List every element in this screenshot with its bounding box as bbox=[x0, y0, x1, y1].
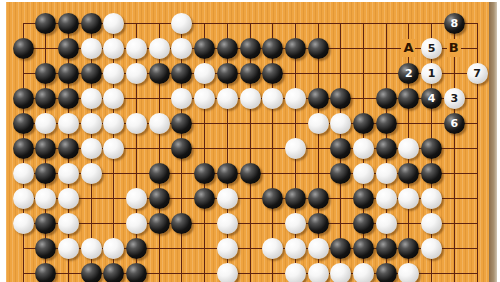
white-stone[interactable] bbox=[398, 263, 419, 282]
black-stone[interactable] bbox=[35, 213, 56, 234]
black-stone[interactable] bbox=[217, 38, 238, 59]
black-stone[interactable] bbox=[398, 238, 419, 259]
black-stone[interactable] bbox=[262, 38, 283, 59]
white-stone[interactable] bbox=[126, 63, 147, 84]
white-stone[interactable] bbox=[171, 13, 192, 34]
black-stone[interactable] bbox=[149, 163, 170, 184]
black-stone[interactable] bbox=[376, 263, 397, 282]
grid-line-horizontal bbox=[23, 223, 478, 224]
white-stone[interactable] bbox=[285, 238, 306, 259]
black-stone[interactable] bbox=[330, 238, 351, 259]
grid-line-vertical bbox=[204, 23, 205, 282]
white-stone[interactable] bbox=[126, 188, 147, 209]
white-stone[interactable] bbox=[285, 263, 306, 282]
black-stone[interactable] bbox=[308, 188, 329, 209]
black-stone[interactable] bbox=[81, 263, 102, 282]
black-stone[interactable] bbox=[353, 213, 374, 234]
black-stone[interactable] bbox=[353, 113, 374, 134]
black-stone[interactable] bbox=[398, 163, 419, 184]
white-stone[interactable] bbox=[308, 113, 329, 134]
move-stone-4[interactable]: 4 bbox=[421, 88, 442, 109]
white-stone[interactable] bbox=[81, 163, 102, 184]
black-stone[interactable] bbox=[217, 63, 238, 84]
white-stone[interactable] bbox=[126, 213, 147, 234]
white-stone[interactable] bbox=[330, 113, 351, 134]
white-stone[interactable] bbox=[353, 163, 374, 184]
white-stone[interactable] bbox=[376, 163, 397, 184]
black-stone[interactable] bbox=[262, 63, 283, 84]
move-stone-6[interactable]: 6 bbox=[444, 113, 465, 134]
white-stone[interactable] bbox=[13, 213, 34, 234]
white-stone[interactable] bbox=[103, 113, 124, 134]
black-stone[interactable] bbox=[13, 138, 34, 159]
black-stone[interactable] bbox=[13, 38, 34, 59]
black-stone[interactable] bbox=[149, 188, 170, 209]
white-stone[interactable] bbox=[81, 113, 102, 134]
black-stone[interactable] bbox=[171, 113, 192, 134]
white-stone[interactable] bbox=[330, 263, 351, 282]
black-stone[interactable] bbox=[35, 13, 56, 34]
white-stone[interactable] bbox=[126, 113, 147, 134]
black-stone[interactable] bbox=[240, 163, 261, 184]
black-stone[interactable] bbox=[171, 138, 192, 159]
black-stone[interactable] bbox=[330, 88, 351, 109]
white-stone[interactable] bbox=[13, 188, 34, 209]
black-stone[interactable] bbox=[217, 163, 238, 184]
white-stone[interactable] bbox=[103, 238, 124, 259]
white-stone[interactable] bbox=[58, 163, 79, 184]
grid-line-vertical bbox=[454, 23, 455, 282]
white-stone[interactable] bbox=[81, 138, 102, 159]
white-stone[interactable] bbox=[285, 138, 306, 159]
black-stone[interactable] bbox=[376, 238, 397, 259]
black-stone[interactable] bbox=[194, 38, 215, 59]
move-stone-8[interactable]: 8 bbox=[444, 13, 465, 34]
white-stone[interactable] bbox=[376, 213, 397, 234]
black-stone[interactable] bbox=[58, 63, 79, 84]
white-stone[interactable] bbox=[171, 38, 192, 59]
white-stone[interactable] bbox=[376, 188, 397, 209]
black-stone[interactable] bbox=[330, 163, 351, 184]
white-stone[interactable] bbox=[126, 38, 147, 59]
white-stone[interactable] bbox=[421, 213, 442, 234]
black-stone[interactable] bbox=[421, 163, 442, 184]
black-stone[interactable] bbox=[421, 138, 442, 159]
black-stone[interactable] bbox=[240, 63, 261, 84]
white-stone[interactable] bbox=[308, 238, 329, 259]
white-stone[interactable] bbox=[262, 88, 283, 109]
white-stone[interactable] bbox=[81, 238, 102, 259]
black-stone[interactable] bbox=[35, 88, 56, 109]
white-stone[interactable] bbox=[58, 113, 79, 134]
white-stone[interactable] bbox=[103, 88, 124, 109]
white-stone[interactable] bbox=[171, 88, 192, 109]
white-stone[interactable] bbox=[353, 138, 374, 159]
black-stone[interactable] bbox=[126, 263, 147, 282]
black-stone[interactable] bbox=[58, 38, 79, 59]
move-stone-7[interactable]: 7 bbox=[467, 63, 488, 84]
grid-line-vertical bbox=[159, 23, 160, 282]
white-stone[interactable] bbox=[13, 163, 34, 184]
white-stone[interactable] bbox=[103, 63, 124, 84]
black-stone[interactable] bbox=[171, 213, 192, 234]
black-stone[interactable] bbox=[240, 38, 261, 59]
go-diagram: 85217436AB bbox=[0, 0, 500, 282]
white-stone[interactable] bbox=[421, 188, 442, 209]
black-stone[interactable] bbox=[35, 138, 56, 159]
white-stone[interactable] bbox=[81, 38, 102, 59]
go-board[interactable]: 85217436AB bbox=[6, 2, 489, 282]
black-stone[interactable] bbox=[262, 188, 283, 209]
black-stone[interactable] bbox=[376, 88, 397, 109]
black-stone[interactable] bbox=[35, 263, 56, 282]
white-stone[interactable] bbox=[217, 88, 238, 109]
black-stone[interactable] bbox=[35, 63, 56, 84]
black-stone[interactable] bbox=[398, 88, 419, 109]
black-stone[interactable] bbox=[126, 238, 147, 259]
white-stone[interactable] bbox=[35, 113, 56, 134]
white-stone[interactable] bbox=[103, 13, 124, 34]
black-stone[interactable] bbox=[308, 38, 329, 59]
white-stone[interactable] bbox=[58, 238, 79, 259]
black-stone[interactable] bbox=[194, 163, 215, 184]
white-stone[interactable] bbox=[35, 188, 56, 209]
move-stone-3[interactable]: 3 bbox=[444, 88, 465, 109]
black-stone[interactable] bbox=[58, 88, 79, 109]
black-stone[interactable] bbox=[330, 138, 351, 159]
black-stone[interactable] bbox=[81, 13, 102, 34]
black-stone[interactable] bbox=[58, 13, 79, 34]
white-stone[interactable] bbox=[217, 238, 238, 259]
black-stone[interactable] bbox=[35, 163, 56, 184]
white-stone[interactable] bbox=[398, 138, 419, 159]
white-stone[interactable] bbox=[240, 88, 261, 109]
black-stone[interactable] bbox=[149, 213, 170, 234]
black-stone[interactable] bbox=[308, 213, 329, 234]
black-stone[interactable] bbox=[35, 238, 56, 259]
black-stone[interactable] bbox=[149, 63, 170, 84]
white-stone[interactable] bbox=[194, 88, 215, 109]
white-stone[interactable] bbox=[421, 238, 442, 259]
white-stone[interactable] bbox=[58, 188, 79, 209]
black-stone[interactable] bbox=[194, 188, 215, 209]
black-stone[interactable] bbox=[353, 188, 374, 209]
white-stone[interactable] bbox=[103, 38, 124, 59]
white-stone[interactable] bbox=[285, 213, 306, 234]
white-stone[interactable] bbox=[103, 138, 124, 159]
white-stone[interactable] bbox=[81, 88, 102, 109]
move-stone-1[interactable]: 1 bbox=[421, 63, 442, 84]
black-stone[interactable] bbox=[58, 138, 79, 159]
white-stone[interactable] bbox=[149, 113, 170, 134]
white-stone[interactable] bbox=[308, 263, 329, 282]
move-stone-5[interactable]: 5 bbox=[421, 38, 442, 59]
grid-line-vertical bbox=[250, 23, 251, 282]
black-stone[interactable] bbox=[13, 113, 34, 134]
white-stone[interactable] bbox=[217, 263, 238, 282]
white-stone[interactable] bbox=[217, 188, 238, 209]
white-stone[interactable] bbox=[217, 213, 238, 234]
black-stone[interactable] bbox=[285, 38, 306, 59]
black-stone[interactable] bbox=[376, 138, 397, 159]
black-stone[interactable] bbox=[81, 63, 102, 84]
white-stone[interactable] bbox=[353, 263, 374, 282]
black-stone[interactable] bbox=[376, 113, 397, 134]
grid-line-vertical bbox=[477, 23, 478, 282]
white-stone[interactable] bbox=[194, 63, 215, 84]
black-stone[interactable] bbox=[308, 88, 329, 109]
white-stone[interactable] bbox=[58, 213, 79, 234]
black-stone[interactable] bbox=[13, 88, 34, 109]
black-stone[interactable] bbox=[353, 238, 374, 259]
point-label-B[interactable]: B bbox=[447, 39, 461, 57]
white-stone[interactable] bbox=[285, 88, 306, 109]
black-stone[interactable] bbox=[103, 263, 124, 282]
white-stone[interactable] bbox=[149, 38, 170, 59]
white-stone[interactable] bbox=[262, 238, 283, 259]
black-stone[interactable] bbox=[171, 63, 192, 84]
white-stone[interactable] bbox=[398, 188, 419, 209]
move-stone-2[interactable]: 2 bbox=[398, 63, 419, 84]
black-stone[interactable] bbox=[285, 188, 306, 209]
board-edge-shadow bbox=[489, 2, 497, 282]
point-label-A[interactable]: A bbox=[401, 39, 415, 57]
